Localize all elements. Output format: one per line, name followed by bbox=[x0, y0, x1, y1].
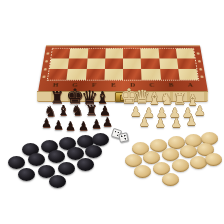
black-checker-piece bbox=[8, 156, 25, 169]
board-square bbox=[141, 69, 160, 80]
board-square bbox=[87, 49, 105, 59]
board-top-wood-edge bbox=[46, 45, 200, 46]
dark-chess-piece: ♟ bbox=[53, 119, 64, 131]
board-square bbox=[176, 49, 195, 59]
board-square bbox=[105, 58, 123, 68]
black-checker-piece bbox=[28, 153, 45, 166]
board-square bbox=[123, 69, 142, 80]
board-square bbox=[123, 49, 141, 59]
light-checker-piece bbox=[162, 173, 179, 186]
board-square bbox=[177, 58, 197, 68]
frame-numeral-mark bbox=[199, 68, 202, 70]
light-checker-piece bbox=[172, 159, 189, 172]
black-checker-piece bbox=[92, 133, 109, 146]
board-square bbox=[158, 49, 177, 59]
board-square bbox=[86, 58, 105, 68]
dark-chess-piece: ♟ bbox=[65, 120, 76, 132]
board-square bbox=[105, 49, 123, 59]
black-checker-piece bbox=[49, 175, 66, 188]
board-square bbox=[51, 49, 70, 59]
black-checker-piece bbox=[18, 168, 35, 181]
black-checker-piece bbox=[85, 145, 102, 158]
frame-numeral-mark bbox=[198, 60, 201, 62]
file-label: A bbox=[180, 82, 200, 88]
board-square bbox=[104, 69, 123, 80]
board-square bbox=[85, 69, 104, 80]
dark-chess-piece: ♟ bbox=[102, 116, 113, 128]
board-square bbox=[159, 58, 178, 68]
board-square bbox=[160, 69, 180, 80]
dark-chess-piece: ♝ bbox=[57, 103, 70, 117]
dark-chess-piece: ♟ bbox=[41, 117, 52, 129]
die bbox=[118, 132, 129, 143]
frame-numeral-mark bbox=[42, 75, 45, 78]
black-checker-piece bbox=[58, 162, 75, 175]
frame-numeral-mark bbox=[46, 52, 49, 54]
light-checker-piece bbox=[205, 153, 222, 166]
frame-numeral-mark bbox=[45, 60, 48, 62]
dark-chess-piece: ♜ bbox=[85, 103, 98, 117]
frame-numeral-mark bbox=[197, 52, 200, 54]
light-chess-piece: ♟ bbox=[171, 117, 182, 129]
board-square bbox=[141, 58, 160, 68]
board-square bbox=[48, 69, 68, 80]
frame-numeral-mark bbox=[44, 68, 47, 70]
dark-chess-piece: ♞ bbox=[71, 103, 84, 117]
light-chess-piece: ♟ bbox=[186, 115, 197, 127]
chessboard-squares-grid bbox=[47, 48, 199, 81]
black-checker-piece bbox=[48, 150, 65, 163]
light-checker-piece bbox=[134, 165, 151, 178]
light-chess-piece: ♟ bbox=[139, 116, 150, 128]
file-label: B bbox=[161, 82, 181, 88]
light-chess-piece: ♟ bbox=[155, 117, 166, 129]
board-square bbox=[123, 58, 141, 68]
board-square bbox=[67, 69, 87, 80]
frame-numeral-mark bbox=[200, 75, 203, 78]
board-square bbox=[141, 49, 159, 59]
dark-chess-piece: ♟ bbox=[91, 118, 102, 130]
board-square bbox=[69, 49, 88, 59]
product-photo-chess-set: HGFEDCBA ♜♚♛♝♞♝♞♜♟♟♟♟♟♟♟♚♛♝♞♜♝♟♟♟♟♟♟♟♟♟♟ bbox=[0, 0, 224, 224]
board-square bbox=[50, 58, 70, 68]
board-square bbox=[178, 69, 198, 80]
black-checker-piece bbox=[77, 158, 94, 171]
dark-chess-piece: ♟ bbox=[78, 120, 89, 132]
board-square bbox=[68, 58, 87, 68]
